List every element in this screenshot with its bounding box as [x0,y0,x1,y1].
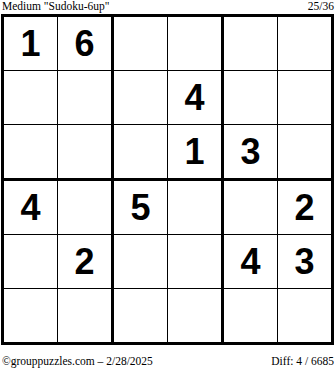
difficulty-text: Diff: 4 / 6685 [271,354,334,368]
cell-r6c6[interactable] [278,289,331,342]
cell-r5c6: 3 [278,235,331,289]
footer: ©grouppuzzles.com – 2/28/2025 Diff: 4 / … [0,354,336,368]
cell-r6c1[interactable] [4,289,58,342]
cell-r2c5[interactable] [224,71,278,125]
cell-r4c1: 4 [4,181,58,235]
cell-r3c1[interactable] [4,125,58,181]
cell-r3c2[interactable] [58,125,114,181]
sudoku-board[interactable]: 16413452243 [1,14,334,345]
cell-r3c6[interactable] [278,125,331,181]
cell-r5c1[interactable] [4,235,58,289]
cell-r6c3[interactable] [114,289,168,342]
cell-r3c4: 1 [168,125,224,181]
cell-r2c3[interactable] [114,71,168,125]
puzzle-title: Medium "Sudoku-6up" [2,0,109,13]
cell-r4c4[interactable] [168,181,224,235]
cell-r4c6: 2 [278,181,331,235]
cell-r6c2[interactable] [58,289,114,342]
cell-r5c5: 4 [224,235,278,289]
cell-r5c4[interactable] [168,235,224,289]
cell-r3c5: 3 [224,125,278,181]
cell-r1c4[interactable] [168,17,224,71]
cell-r4c2[interactable] [58,181,114,235]
cell-r1c6[interactable] [278,17,331,71]
cell-r6c4[interactable] [168,289,224,342]
cell-r6c5[interactable] [224,289,278,342]
cell-r2c2[interactable] [58,71,114,125]
header: Medium "Sudoku-6up" 25/36 [0,0,336,13]
cell-r5c2: 2 [58,235,114,289]
cells-remaining-counter: 25/36 [308,0,334,13]
cell-r2c4: 4 [168,71,224,125]
cell-r1c3[interactable] [114,17,168,71]
cell-r5c3[interactable] [114,235,168,289]
cell-r1c2: 6 [58,17,114,71]
cell-r4c3: 5 [114,181,168,235]
copyright-text: ©grouppuzzles.com – 2/28/2025 [2,354,153,368]
cell-r1c1: 1 [4,17,58,71]
cell-r2c6[interactable] [278,71,331,125]
cell-r1c5[interactable] [224,17,278,71]
cell-r3c3[interactable] [114,125,168,181]
cell-r4c5[interactable] [224,181,278,235]
cell-r2c1[interactable] [4,71,58,125]
